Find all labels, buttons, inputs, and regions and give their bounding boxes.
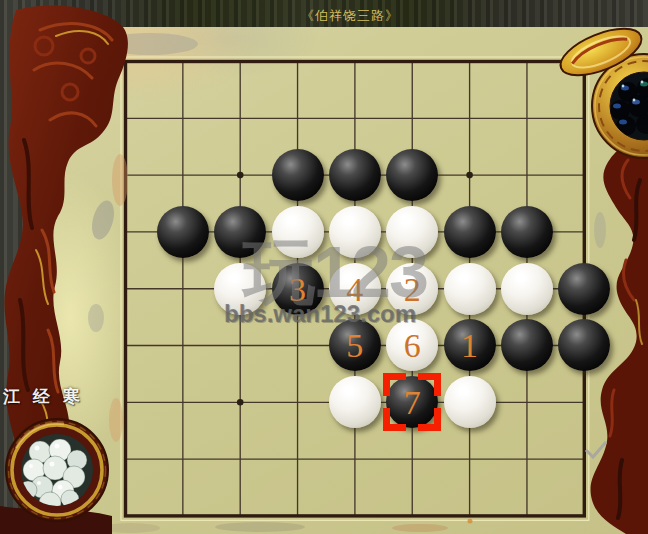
last-move-marker <box>383 373 441 431</box>
move-number: 1 <box>461 327 478 363</box>
watermark-logo: 玩123 <box>243 236 427 308</box>
board-point-r2c4 <box>326 147 383 204</box>
board-point-r5c7 <box>498 317 555 374</box>
signature-text: 江经寒 <box>3 385 123 408</box>
board-point-r3c6 <box>441 203 498 260</box>
board-point-r5c8 <box>556 317 613 374</box>
stone-white <box>501 263 553 315</box>
move-number: 5 <box>346 327 363 363</box>
board-point-r3c7 <box>498 203 555 260</box>
stone-black <box>501 319 553 371</box>
stone-black <box>558 263 610 315</box>
stone-black <box>444 206 496 258</box>
board-point-r6c5: 7 <box>384 374 441 431</box>
stone-white <box>444 263 496 315</box>
board-point-r6c6 <box>441 374 498 431</box>
stone-black <box>386 149 438 201</box>
board-point-r4c7 <box>498 260 555 317</box>
stone-white <box>329 376 381 428</box>
board-point-r4c6 <box>441 260 498 317</box>
board-point-r2c5 <box>384 147 441 204</box>
watermark-url: bbs.wan123.com <box>224 300 416 328</box>
board-point-r6c4 <box>326 374 383 431</box>
app-window: 3425617 玩123 bbs.wan123.com 《伯祥饶三路》 江经寒 <box>0 0 648 534</box>
stone-black <box>272 149 324 201</box>
board-point-r3c1 <box>154 203 211 260</box>
board-point-r4c8 <box>556 260 613 317</box>
stone-black <box>329 149 381 201</box>
stone-black: 1 <box>444 319 496 371</box>
board-point-r5c6: 1 <box>441 317 498 374</box>
stone-white <box>444 376 496 428</box>
stone-black <box>157 206 209 258</box>
stone-black <box>558 319 610 371</box>
stone-black <box>501 206 553 258</box>
board-point-r2c3 <box>269 147 326 204</box>
move-number: 6 <box>404 327 421 363</box>
problem-title: 《伯祥饶三路》 <box>225 7 475 25</box>
